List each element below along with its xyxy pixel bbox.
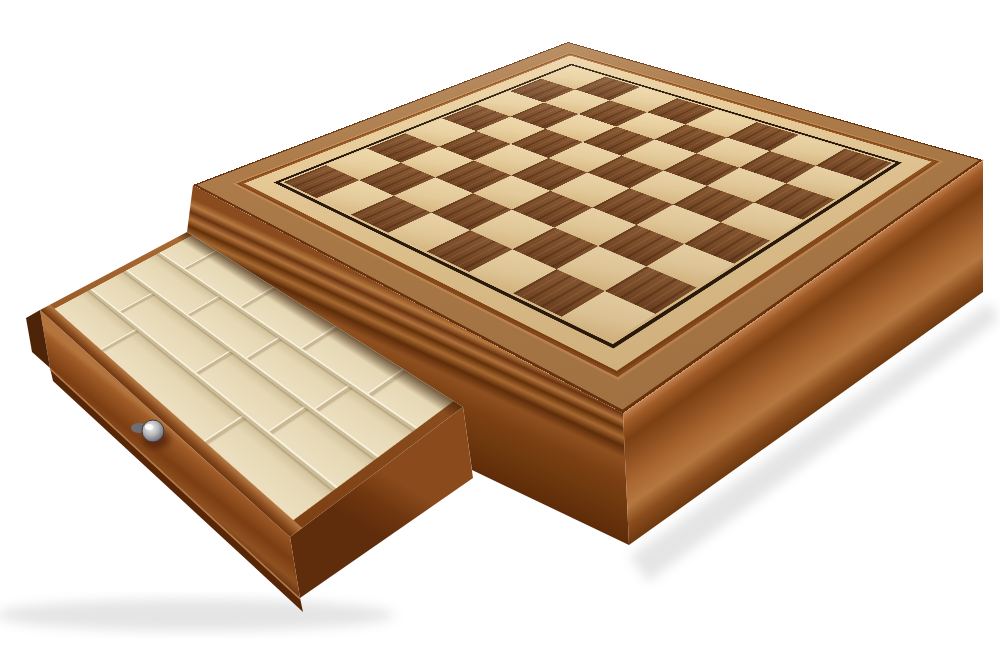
drawer-ground-shadow bbox=[0, 599, 395, 631]
drawer-knob-highlight bbox=[145, 424, 153, 430]
product-photo-stage bbox=[0, 0, 1000, 656]
drawer-knob[interactable] bbox=[142, 420, 164, 442]
